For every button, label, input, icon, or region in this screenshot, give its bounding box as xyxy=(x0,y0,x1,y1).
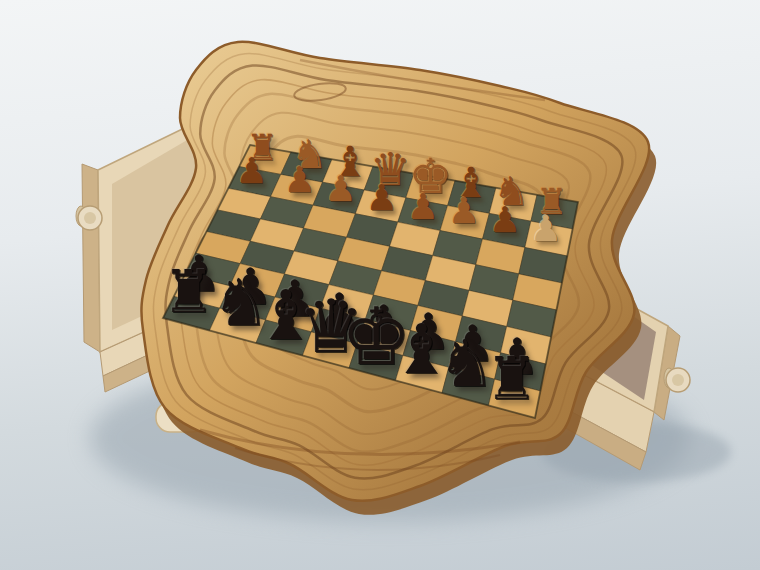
piece-white-pawn-f7[interactable]: ♟ xyxy=(448,193,480,229)
left-drawer-knob-cap xyxy=(84,212,96,224)
left-drawer-outer-face xyxy=(82,164,100,352)
piece-white-pawn-e7[interactable]: ♟ xyxy=(407,189,439,225)
piece-black-rook-h1[interactable]: ♜ xyxy=(485,351,538,410)
right-drawer-knob-cap xyxy=(672,374,684,386)
piece-white-pawn-g7[interactable]: ♟ xyxy=(489,202,521,238)
piece-black-rook-a1[interactable]: ♜ xyxy=(162,264,215,323)
board-scene xyxy=(0,0,760,570)
piece-white-pawn-d7[interactable]: ♟ xyxy=(366,180,398,216)
piece-white-pawn-b7[interactable]: ♟ xyxy=(284,161,316,197)
piece-white-pawn-h7[interactable]: ♟ xyxy=(530,211,562,247)
chess-set-photo: ♜♞♝♛♚♝♞♜♟♟♟♟♟♟♟♟♟♟♟♟♟♟♟♟♜♞♝♛♚♝♞♜ xyxy=(0,0,760,570)
piece-white-pawn-a7[interactable]: ♟ xyxy=(236,152,268,188)
piece-white-pawn-c7[interactable]: ♟ xyxy=(325,170,357,206)
